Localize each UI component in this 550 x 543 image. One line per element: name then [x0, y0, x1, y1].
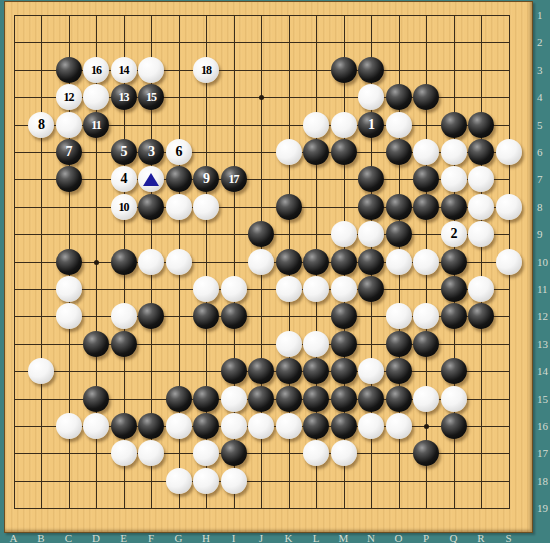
star-point — [94, 260, 99, 265]
white-stone — [276, 139, 302, 165]
row-label: 3 — [537, 64, 543, 76]
black-stone — [193, 413, 219, 439]
move-number: 14 — [119, 64, 129, 76]
white-stone: 2 — [441, 221, 467, 247]
white-stone — [468, 194, 494, 220]
white-stone: 8 — [28, 112, 54, 138]
white-stone: 14 — [111, 57, 137, 83]
black-stone: 11 — [83, 112, 109, 138]
black-stone — [468, 139, 494, 165]
column-label: E — [120, 532, 127, 543]
white-stone — [56, 276, 82, 302]
white-stone — [441, 139, 467, 165]
white-stone — [166, 413, 192, 439]
black-stone — [441, 303, 467, 329]
column-label: N — [367, 532, 375, 543]
move-number: 15 — [146, 91, 156, 103]
black-stone — [413, 194, 439, 220]
white-stone — [496, 194, 522, 220]
column-label: B — [37, 532, 44, 543]
white-stone: 10 — [111, 194, 137, 220]
column-label: L — [313, 532, 320, 543]
move-number: 12 — [64, 91, 74, 103]
white-stone — [166, 249, 192, 275]
row-label: 16 — [537, 420, 548, 432]
white-stone — [386, 413, 412, 439]
row-label: 12 — [537, 310, 548, 322]
column-label: K — [285, 532, 293, 543]
black-stone — [83, 331, 109, 357]
black-stone — [358, 57, 384, 83]
black-stone — [386, 84, 412, 110]
white-stone — [386, 303, 412, 329]
go-game-viewer: 161418121315811175364917102 ABCDEFGHIJKL… — [0, 0, 550, 543]
black-stone — [111, 249, 137, 275]
white-stone — [303, 112, 329, 138]
black-stone — [331, 331, 357, 357]
column-label: S — [505, 532, 511, 543]
black-stone — [56, 166, 82, 192]
row-label: 14 — [537, 365, 548, 377]
black-stone — [441, 194, 467, 220]
black-stone — [358, 194, 384, 220]
white-stone — [386, 249, 412, 275]
black-stone — [276, 194, 302, 220]
black-stone — [386, 194, 412, 220]
triangle-marker-icon — [143, 173, 159, 186]
column-label: M — [339, 532, 349, 543]
black-stone — [221, 303, 247, 329]
black-stone — [413, 331, 439, 357]
black-stone — [358, 276, 384, 302]
white-stone — [221, 386, 247, 412]
white-stone — [56, 112, 82, 138]
white-stone — [56, 413, 82, 439]
column-label: Q — [450, 532, 458, 543]
black-stone — [441, 112, 467, 138]
row-label: 4 — [537, 91, 543, 103]
black-stone — [221, 440, 247, 466]
white-stone — [303, 276, 329, 302]
white-stone — [111, 303, 137, 329]
white-stone — [166, 194, 192, 220]
column-label: P — [423, 532, 429, 543]
move-number: 3 — [148, 145, 154, 159]
star-point — [424, 424, 429, 429]
white-stone — [138, 57, 164, 83]
white-stone — [276, 331, 302, 357]
column-label: C — [65, 532, 72, 543]
black-stone — [386, 139, 412, 165]
black-stone — [111, 331, 137, 357]
white-stone — [276, 276, 302, 302]
row-label: 5 — [537, 119, 543, 131]
black-stone — [193, 386, 219, 412]
black-stone — [331, 358, 357, 384]
column-label: G — [175, 532, 183, 543]
white-stone — [468, 276, 494, 302]
black-stone — [331, 249, 357, 275]
white-stone — [496, 139, 522, 165]
white-stone — [468, 221, 494, 247]
row-label: 6 — [537, 146, 543, 158]
black-stone — [358, 386, 384, 412]
row-label: 11 — [537, 283, 548, 295]
black-stone — [331, 57, 357, 83]
move-number: 17 — [229, 173, 239, 185]
white-stone — [331, 221, 357, 247]
black-stone — [441, 358, 467, 384]
white-stone — [221, 468, 247, 494]
move-number: 8 — [38, 118, 44, 132]
column-label: H — [202, 532, 210, 543]
move-number: 10 — [119, 201, 129, 213]
white-stone — [358, 413, 384, 439]
black-stone — [468, 112, 494, 138]
black-stone — [111, 413, 137, 439]
white-stone: 6 — [166, 139, 192, 165]
move-number: 18 — [201, 64, 211, 76]
row-label: 15 — [537, 393, 548, 405]
grid-line-vertical — [481, 15, 482, 509]
black-stone — [386, 331, 412, 357]
black-stone — [441, 276, 467, 302]
column-label: A — [10, 532, 18, 543]
black-stone: 1 — [358, 112, 384, 138]
white-stone — [496, 249, 522, 275]
white-stone — [303, 331, 329, 357]
black-stone — [248, 358, 274, 384]
black-stone — [166, 166, 192, 192]
white-stone — [358, 84, 384, 110]
white-stone — [193, 194, 219, 220]
black-stone — [303, 249, 329, 275]
column-label: J — [259, 532, 263, 543]
column-label: D — [92, 532, 100, 543]
black-stone — [276, 358, 302, 384]
black-stone — [386, 221, 412, 247]
white-stone: 16 — [83, 57, 109, 83]
white-stone — [331, 440, 357, 466]
black-stone — [386, 358, 412, 384]
white-stone — [441, 386, 467, 412]
move-number: 2 — [451, 227, 457, 241]
black-stone — [331, 303, 357, 329]
black-stone — [303, 386, 329, 412]
black-stone — [331, 413, 357, 439]
white-stone — [111, 440, 137, 466]
move-number: 9 — [203, 172, 209, 186]
black-stone: 7 — [56, 139, 82, 165]
move-number: 5 — [121, 145, 127, 159]
black-stone — [441, 249, 467, 275]
white-stone — [441, 166, 467, 192]
row-label: 18 — [537, 475, 548, 487]
black-stone — [56, 57, 82, 83]
white-stone — [331, 112, 357, 138]
white-stone — [358, 221, 384, 247]
black-stone — [441, 413, 467, 439]
white-stone: 12 — [56, 84, 82, 110]
white-stone — [166, 468, 192, 494]
white-stone — [276, 413, 302, 439]
black-stone — [331, 139, 357, 165]
column-label: F — [148, 532, 154, 543]
white-stone: 4 — [111, 166, 137, 192]
black-stone — [138, 194, 164, 220]
black-stone: 5 — [111, 139, 137, 165]
white-stone — [386, 112, 412, 138]
white-stone — [138, 249, 164, 275]
white-stone — [221, 413, 247, 439]
black-stone — [248, 221, 274, 247]
row-label: 7 — [537, 173, 543, 185]
black-stone — [221, 358, 247, 384]
black-stone — [276, 386, 302, 412]
black-stone — [303, 358, 329, 384]
grid-line-horizontal — [14, 289, 510, 290]
black-stone — [331, 386, 357, 412]
black-stone — [276, 249, 302, 275]
move-number: 6 — [176, 145, 182, 159]
white-stone — [56, 303, 82, 329]
black-stone — [303, 139, 329, 165]
black-stone — [413, 84, 439, 110]
white-stone — [28, 358, 54, 384]
white-stone — [83, 84, 109, 110]
black-stone — [248, 386, 274, 412]
black-stone: 17 — [221, 166, 247, 192]
black-stone: 13 — [111, 84, 137, 110]
black-stone — [83, 386, 109, 412]
move-number: 1 — [368, 118, 374, 132]
white-stone — [248, 413, 274, 439]
row-label: 1 — [537, 9, 543, 21]
move-number: 13 — [119, 91, 129, 103]
column-label: R — [477, 532, 484, 543]
white-stone — [413, 249, 439, 275]
move-number: 16 — [91, 64, 101, 76]
black-stone — [166, 386, 192, 412]
row-label: 10 — [537, 256, 548, 268]
row-label: 13 — [537, 338, 548, 350]
column-label: O — [395, 532, 403, 543]
white-stone — [193, 276, 219, 302]
move-number: 4 — [121, 172, 127, 186]
row-label: 19 — [537, 502, 548, 514]
move-number: 7 — [66, 145, 72, 159]
black-stone: 3 — [138, 139, 164, 165]
row-label: 2 — [537, 36, 543, 48]
move-number: 11 — [91, 119, 100, 131]
black-stone — [303, 413, 329, 439]
white-stone — [83, 413, 109, 439]
row-label: 9 — [537, 228, 543, 240]
grid-line-horizontal — [14, 508, 510, 509]
white-stone — [221, 276, 247, 302]
white-stone — [413, 386, 439, 412]
row-label: 8 — [537, 201, 543, 213]
white-stone — [193, 468, 219, 494]
black-stone — [138, 413, 164, 439]
column-label: I — [232, 532, 236, 543]
row-label: 17 — [537, 447, 548, 459]
black-stone — [358, 249, 384, 275]
grid-line-horizontal — [14, 481, 510, 482]
white-stone — [331, 276, 357, 302]
white-stone — [358, 358, 384, 384]
white-stone — [248, 249, 274, 275]
white-stone — [413, 139, 439, 165]
white-stone: 18 — [193, 57, 219, 83]
black-stone — [386, 386, 412, 412]
black-stone: 15 — [138, 84, 164, 110]
black-stone — [56, 249, 82, 275]
